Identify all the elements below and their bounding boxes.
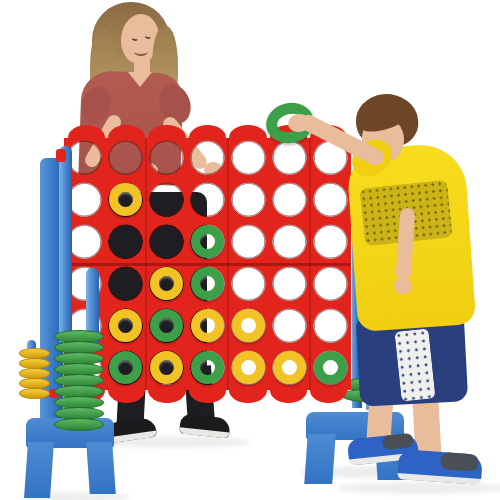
boy-right-hand bbox=[394, 278, 412, 294]
boy-player bbox=[0, 0, 500, 500]
scene bbox=[0, 0, 500, 500]
shoe-collar bbox=[440, 452, 479, 471]
shoe-collar bbox=[381, 433, 414, 451]
shoe-sole bbox=[397, 473, 481, 485]
boy-shoe bbox=[397, 449, 483, 485]
boy-shorts-pattern bbox=[394, 328, 435, 401]
